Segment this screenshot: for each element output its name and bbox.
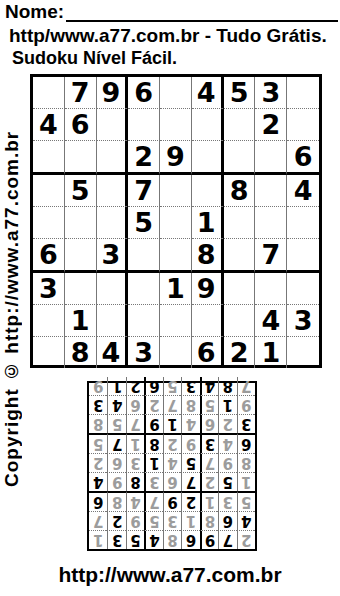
cell-r9c4: 3 (128, 337, 160, 368)
solution-cell-r1c2: 7 (218, 530, 236, 549)
solution-cell-r9c4: 3 (181, 377, 199, 395)
cell-r6c1: 6 (33, 239, 65, 273)
solution-cell-r7c2: 2 (218, 414, 236, 433)
cell-r4c9: 4 (287, 175, 319, 207)
solution-cell-r4c1: 1 (237, 472, 255, 491)
cell-r1c9[interactable] (287, 77, 319, 109)
solution-cell-r3c9: 6 (89, 491, 107, 511)
cell-r6c3: 3 (97, 239, 129, 273)
solution-cell-r5c3: 7 (200, 453, 218, 472)
cell-r2c4[interactable] (128, 109, 160, 141)
cell-r8c3[interactable] (97, 305, 129, 337)
solution-cell-r9c2: 8 (218, 377, 236, 395)
cell-r8c4[interactable] (128, 305, 160, 337)
cell-r1c8: 3 (255, 77, 287, 109)
cell-r9c9[interactable] (287, 337, 319, 368)
solution-cell-r9c5: 5 (163, 377, 181, 395)
solution-cell-r5c9: 2 (89, 453, 107, 472)
cell-r3c7[interactable] (224, 141, 256, 175)
footer-url: http://www.a77.com.br (0, 563, 340, 587)
solution-cell-r8c6: 2 (144, 395, 162, 414)
solution-cell-r6c9: 5 (89, 433, 107, 453)
solution-cell-r2c6: 5 (144, 511, 162, 530)
solution-cell-r4c2: 5 (218, 472, 236, 491)
solution-cell-r9c9: 9 (89, 377, 107, 395)
solution-cell-r3c5: 9 (163, 491, 181, 511)
cell-r5c3[interactable] (97, 207, 129, 239)
cell-r8c8: 4 (255, 305, 287, 337)
solution-cell-r3c3: 1 (200, 491, 218, 511)
cell-r9c5[interactable] (160, 337, 192, 368)
solution-cell-r6c8: 7 (107, 433, 125, 453)
cell-r3c8[interactable] (255, 141, 287, 175)
cell-r7c9[interactable] (287, 273, 319, 305)
cell-r5c4: 5 (128, 207, 160, 239)
solution-cell-r3c4: 2 (181, 491, 199, 511)
cell-r7c7[interactable] (224, 273, 256, 305)
cell-r5c5[interactable] (160, 207, 192, 239)
cell-r2c3[interactable] (97, 109, 129, 141)
cell-r1c2: 7 (65, 77, 97, 109)
cell-r2c1: 4 (33, 109, 65, 141)
cell-r5c8[interactable] (255, 207, 287, 239)
copyright-vertical-text: Copyright © http://www.a77.com.br (1, 85, 25, 533)
solution-cell-r2c8: 2 (107, 511, 125, 530)
cell-r4c3[interactable] (97, 175, 129, 207)
solution-cell-r6c2: 4 (218, 433, 236, 453)
cell-r9c3: 4 (97, 337, 129, 368)
cell-r6c2[interactable] (65, 239, 97, 273)
solution-grid-rotated-180: 2796845314681359275312974861527638948975… (87, 381, 257, 551)
cell-r2c9[interactable] (287, 109, 319, 141)
cell-r1c1[interactable] (33, 77, 65, 109)
cell-r3c6[interactable] (192, 141, 224, 175)
cell-r4c6[interactable] (192, 175, 224, 207)
cell-r8c2: 1 (65, 305, 97, 337)
solution-cell-r5c2: 9 (218, 453, 236, 472)
solution-cell-r1c7: 5 (126, 530, 144, 549)
solution-cell-r8c7: 6 (126, 395, 144, 414)
cell-r8c9: 3 (287, 305, 319, 337)
solution-cell-r6c1: 6 (237, 433, 255, 453)
cell-r5c1[interactable] (33, 207, 65, 239)
solution-cell-r7c7: 7 (126, 414, 144, 433)
solution-cell-r8c4: 8 (181, 395, 199, 414)
cell-r4c5[interactable] (160, 175, 192, 207)
solution-cell-r7c1: 3 (237, 414, 255, 433)
cell-r1c6: 4 (192, 77, 224, 109)
cell-r3c4: 2 (128, 141, 160, 175)
solution-cell-r4c4: 7 (181, 472, 199, 491)
cell-r4c8[interactable] (255, 175, 287, 207)
solution-cell-r1c8: 3 (107, 530, 125, 549)
solution-cell-r9c6: 6 (144, 377, 162, 395)
cell-r9c2: 8 (65, 337, 97, 368)
cell-r4c2: 5 (65, 175, 97, 207)
cell-r1c3: 9 (97, 77, 129, 109)
solution-cell-r4c3: 2 (200, 472, 218, 491)
solution-cell-r8c3: 5 (200, 395, 218, 414)
cell-r7c3[interactable] (97, 273, 129, 305)
cell-r5c2[interactable] (65, 207, 97, 239)
cell-r6c4[interactable] (128, 239, 160, 273)
solution-cell-r2c7: 9 (126, 511, 144, 530)
cell-r5c6: 1 (192, 207, 224, 239)
cell-r3c3[interactable] (97, 141, 129, 175)
cell-r3c9: 6 (287, 141, 319, 175)
name-label: Nome: (5, 2, 64, 22)
solution-cell-r3c7: 4 (126, 491, 144, 511)
cell-r2c8: 2 (255, 109, 287, 141)
cell-r6c5[interactable] (160, 239, 192, 273)
cell-r8c6[interactable] (192, 305, 224, 337)
solution-cell-r2c3: 8 (200, 511, 218, 530)
solution-cell-r1c1: 2 (237, 530, 255, 549)
solution-cell-r2c5: 3 (163, 511, 181, 530)
name-row: Nome: (5, 2, 338, 22)
cell-r1c5[interactable] (160, 77, 192, 109)
solution-cell-r5c5: 4 (163, 453, 181, 472)
cell-r5c9[interactable] (287, 207, 319, 239)
solution-cell-r2c2: 6 (218, 511, 236, 530)
solution-cell-r1c3: 9 (200, 530, 218, 549)
solution-cell-r7c9: 8 (89, 414, 107, 433)
cell-r1c7: 5 (224, 77, 256, 109)
cell-r4c7: 8 (224, 175, 256, 207)
cell-r9c8: 1 (255, 337, 287, 368)
solution-cell-r4c9: 4 (89, 472, 107, 491)
cell-r1c4: 6 (128, 77, 160, 109)
cell-r5c7[interactable] (224, 207, 256, 239)
solution-cell-r7c3: 6 (200, 414, 218, 433)
cell-r2c7[interactable] (224, 109, 256, 141)
solution-cell-r5c4: 5 (181, 453, 199, 472)
solution-cell-r3c2: 3 (218, 491, 236, 511)
cell-r8c7[interactable] (224, 305, 256, 337)
solution-cell-r3c6: 7 (144, 491, 162, 511)
solution-cell-r1c6: 4 (144, 530, 162, 549)
solution-cell-r7c6: 9 (144, 414, 162, 433)
cell-r6c8: 7 (255, 239, 287, 273)
solution-cell-r6c6: 8 (144, 433, 162, 453)
solution-cell-r4c8: 9 (107, 472, 125, 491)
solution-cell-r2c4: 1 (181, 511, 199, 530)
cell-r3c2[interactable] (65, 141, 97, 175)
solution-cell-r7c4: 4 (181, 414, 199, 433)
solution-cell-r1c9: 1 (89, 530, 107, 549)
solution-cell-r5c6: 1 (144, 453, 162, 472)
cell-r8c1[interactable] (33, 305, 65, 337)
solution-cell-r2c9: 7 (89, 511, 107, 530)
name-blank-line (66, 3, 338, 22)
cell-r3c1[interactable] (33, 141, 65, 175)
solution-cell-r9c7: 2 (126, 377, 144, 395)
cell-r7c1: 3 (33, 273, 65, 305)
solution-cell-r1c5: 8 (163, 530, 181, 549)
cell-r9c6: 6 (192, 337, 224, 368)
solution-cell-r8c1: 9 (237, 395, 255, 414)
solution-cell-r8c8: 4 (107, 395, 125, 414)
solution-cell-r6c7: 1 (126, 433, 144, 453)
solution-cell-r7c5: 1 (163, 414, 181, 433)
solution-cell-r5c8: 6 (107, 453, 125, 472)
site-header-text: http/www.a77.com.br - Tudo Grátis. (9, 25, 327, 47)
solution-cell-r9c8: 1 (107, 377, 125, 395)
solution-cell-r8c5: 7 (163, 395, 181, 414)
solution-cell-r8c9: 3 (89, 395, 107, 414)
solution-cell-r3c1: 5 (237, 491, 255, 511)
cell-r3c5: 9 (160, 141, 192, 175)
cell-r4c1[interactable] (33, 175, 65, 207)
puzzle-level-title: Sudoku Nível Fácil. (12, 48, 177, 69)
solution-cell-r3c8: 8 (107, 491, 125, 511)
cell-r8c5[interactable] (160, 305, 192, 337)
cell-r6c6: 8 (192, 239, 224, 273)
sudoku-grid: 7964534622965784516387319143843621 (30, 74, 322, 368)
solution-cell-r7c8: 5 (107, 414, 125, 433)
cell-r7c6: 9 (192, 273, 224, 305)
cell-r9c7: 2 (224, 337, 256, 368)
solution-cell-r6c3: 3 (200, 433, 218, 453)
solution-cell-r5c7: 3 (126, 453, 144, 472)
solution-cell-r6c5: 2 (163, 433, 181, 453)
solution-cell-r1c4: 6 (181, 530, 199, 549)
cell-r2c5[interactable] (160, 109, 192, 141)
cell-r7c4[interactable] (128, 273, 160, 305)
solution-cell-r8c2: 1 (218, 395, 236, 414)
cell-r9c1[interactable] (33, 337, 65, 368)
cell-r2c6[interactable] (192, 109, 224, 141)
cell-r7c2[interactable] (65, 273, 97, 305)
solution-cell-r9c3: 4 (200, 377, 218, 395)
solution-cell-r4c5: 6 (163, 472, 181, 491)
cell-r7c8[interactable] (255, 273, 287, 305)
cell-r7c5: 1 (160, 273, 192, 305)
solution-cell-r4c7: 8 (126, 472, 144, 491)
cell-r6c9[interactable] (287, 239, 319, 273)
cell-r4c4: 7 (128, 175, 160, 207)
solution-cell-r9c1: 7 (237, 377, 255, 395)
solution-cell-r2c1: 4 (237, 511, 255, 530)
cell-r6c7[interactable] (224, 239, 256, 273)
solution-cell-r5c1: 8 (237, 453, 255, 472)
solution-cell-r6c4: 9 (181, 433, 199, 453)
solution-cell-r4c6: 3 (144, 472, 162, 491)
cell-r2c2: 6 (65, 109, 97, 141)
printable-sudoku-page: Nome: http/www.a77.com.br - Tudo Grátis.… (0, 0, 340, 596)
